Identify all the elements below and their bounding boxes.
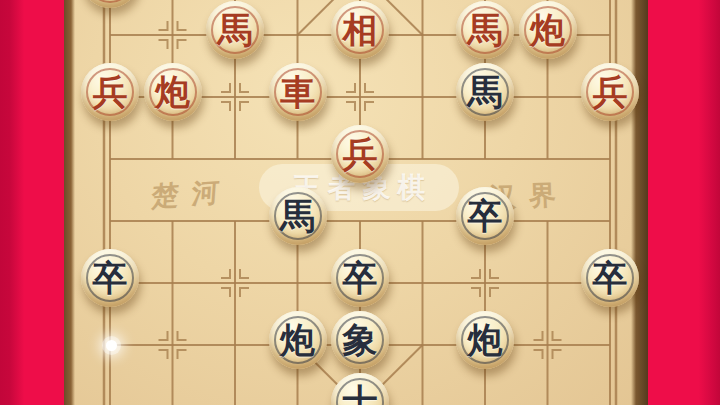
piece-black-soldier[interactable]: 卒 (81, 249, 139, 307)
piece-black-soldier[interactable]: 卒 (581, 249, 639, 307)
piece-black-soldier[interactable]: 卒 (456, 187, 514, 245)
piece-character (81, 0, 139, 8)
piece-character: 兵 (81, 63, 139, 121)
piece-red-horse[interactable]: 馬 (456, 1, 514, 59)
piece-red-elephant[interactable]: 相 (331, 1, 389, 59)
piece-character: 炮 (456, 311, 514, 369)
piece-character: 卒 (81, 249, 139, 307)
piece-character: 兵 (581, 63, 639, 121)
piece-red-cannon[interactable]: 炮 (519, 1, 577, 59)
piece-red-cannon[interactable]: 炮 (144, 63, 202, 121)
piece-character: 馬 (269, 187, 327, 245)
piece-red-unknown-cropped[interactable] (81, 0, 139, 8)
piece-black-elephant[interactable]: 象 (331, 311, 389, 369)
piece-character: 士 (331, 373, 389, 405)
piece-black-horse[interactable]: 馬 (269, 187, 327, 245)
piece-character: 馬 (456, 63, 514, 121)
river-label-chuhe: 楚河 (150, 173, 233, 214)
piece-black-soldier[interactable]: 卒 (331, 249, 389, 307)
piece-character: 兵 (331, 125, 389, 183)
piece-red-horse[interactable]: 馬 (206, 1, 264, 59)
piece-character: 卒 (581, 249, 639, 307)
xiangqi-screen: 楚河 汉界 王者象棋 馬相馬炮兵炮車馬兵兵馬卒卒卒卒炮象炮士 (0, 0, 720, 405)
piece-character: 馬 (206, 1, 264, 59)
piece-character: 卒 (456, 187, 514, 245)
piece-character: 炮 (519, 1, 577, 59)
piece-character: 相 (331, 1, 389, 59)
piece-red-chariot[interactable]: 車 (269, 63, 327, 121)
piece-black-cannon[interactable]: 炮 (456, 311, 514, 369)
piece-black-cannon[interactable]: 炮 (269, 311, 327, 369)
piece-black-horse[interactable]: 馬 (456, 63, 514, 121)
piece-red-soldier[interactable]: 兵 (81, 63, 139, 121)
piece-character: 象 (331, 311, 389, 369)
piece-character: 卒 (331, 249, 389, 307)
piece-character: 炮 (144, 63, 202, 121)
piece-red-soldier[interactable]: 兵 (581, 63, 639, 121)
piece-character: 馬 (456, 1, 514, 59)
piece-character: 車 (269, 63, 327, 121)
piece-character: 炮 (269, 311, 327, 369)
piece-black-advisor[interactable]: 士 (331, 373, 389, 405)
last-move-indicator (106, 340, 117, 351)
piece-red-soldier[interactable]: 兵 (331, 125, 389, 183)
